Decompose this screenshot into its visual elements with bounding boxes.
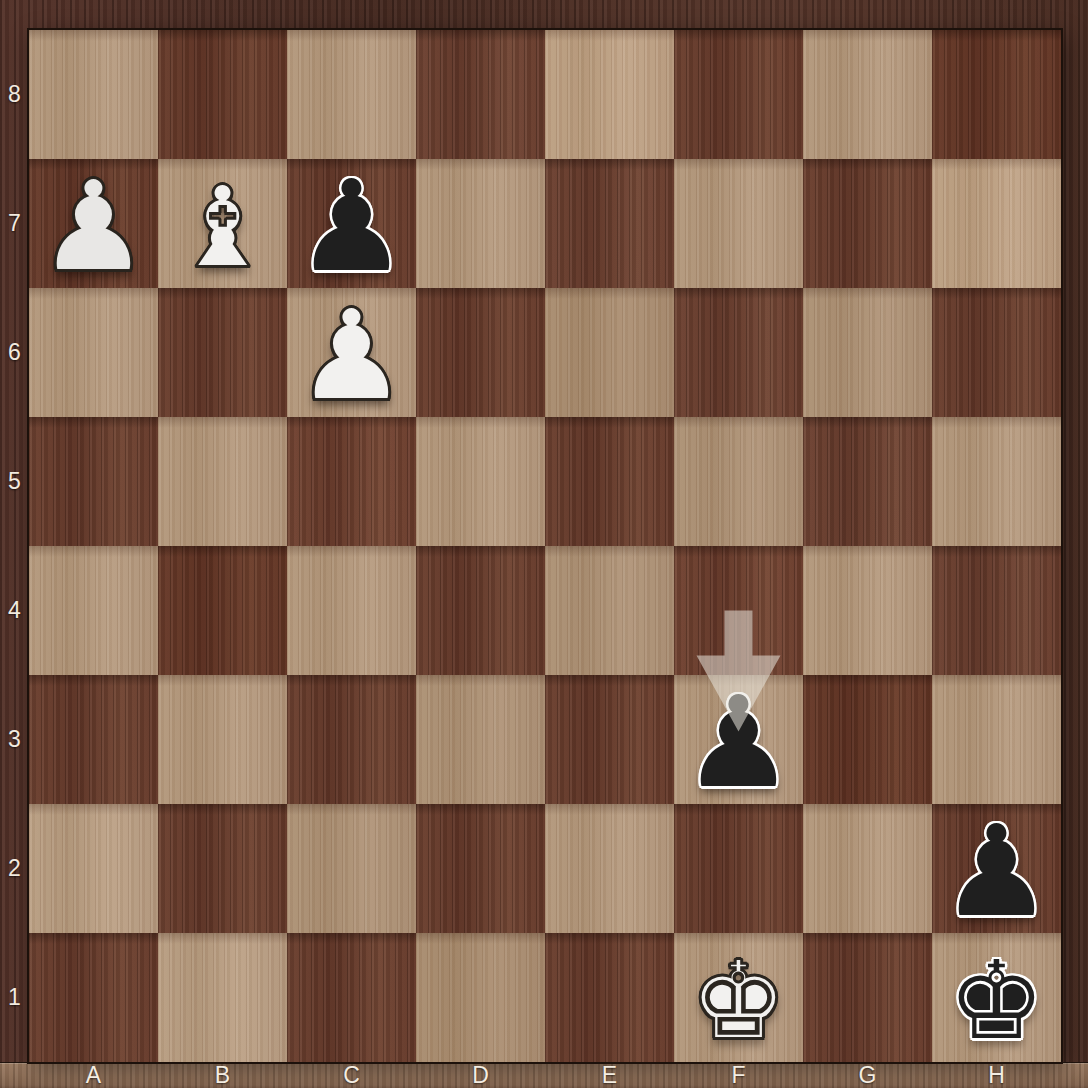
square-a7[interactable]: ♟ bbox=[29, 159, 158, 288]
square-e1[interactable] bbox=[545, 933, 674, 1062]
square-f8[interactable] bbox=[674, 30, 803, 159]
square-d6[interactable] bbox=[416, 288, 545, 417]
square-c1[interactable] bbox=[287, 933, 416, 1062]
square-e3[interactable] bbox=[545, 675, 674, 804]
file-labels: ABCDEFGH bbox=[29, 1062, 1061, 1088]
square-f4[interactable] bbox=[674, 546, 803, 675]
rank-label-7: 7 bbox=[0, 159, 29, 288]
black-pawn[interactable]: ♟ bbox=[295, 164, 408, 290]
rank-label-3: 3 bbox=[0, 675, 29, 804]
square-e6[interactable] bbox=[545, 288, 674, 417]
square-a5[interactable] bbox=[29, 417, 158, 546]
square-d8[interactable] bbox=[416, 30, 545, 159]
square-c3[interactable] bbox=[287, 675, 416, 804]
square-a8[interactable] bbox=[29, 30, 158, 159]
square-b4[interactable] bbox=[158, 546, 287, 675]
square-b7[interactable]: ♝ bbox=[158, 159, 287, 288]
square-c2[interactable] bbox=[287, 804, 416, 933]
square-g6[interactable] bbox=[803, 288, 932, 417]
file-label-g: G bbox=[803, 1062, 932, 1088]
black-king[interactable]: ♚ bbox=[948, 947, 1045, 1055]
square-h4[interactable] bbox=[932, 546, 1061, 675]
square-f3[interactable]: ♟ bbox=[674, 675, 803, 804]
square-h3[interactable] bbox=[932, 675, 1061, 804]
square-e4[interactable] bbox=[545, 546, 674, 675]
square-e2[interactable] bbox=[545, 804, 674, 933]
square-b1[interactable] bbox=[158, 933, 287, 1062]
square-h1[interactable]: ♚ bbox=[932, 933, 1061, 1062]
square-e5[interactable] bbox=[545, 417, 674, 546]
square-a6[interactable] bbox=[29, 288, 158, 417]
square-b8[interactable] bbox=[158, 30, 287, 159]
square-c5[interactable] bbox=[287, 417, 416, 546]
square-g2[interactable] bbox=[803, 804, 932, 933]
file-label-d: D bbox=[416, 1062, 545, 1088]
square-f5[interactable] bbox=[674, 417, 803, 546]
square-d7[interactable] bbox=[416, 159, 545, 288]
square-d1[interactable] bbox=[416, 933, 545, 1062]
square-b5[interactable] bbox=[158, 417, 287, 546]
square-e8[interactable] bbox=[545, 30, 674, 159]
square-h7[interactable] bbox=[932, 159, 1061, 288]
rank-label-6: 6 bbox=[0, 288, 29, 417]
square-f2[interactable] bbox=[674, 804, 803, 933]
rank-label-2: 2 bbox=[0, 804, 29, 933]
square-h5[interactable] bbox=[932, 417, 1061, 546]
square-a3[interactable] bbox=[29, 675, 158, 804]
square-c8[interactable] bbox=[287, 30, 416, 159]
rank-labels: 87654321 bbox=[0, 30, 29, 1062]
square-f7[interactable] bbox=[674, 159, 803, 288]
file-label-c: C bbox=[287, 1062, 416, 1088]
chess-app: ♟♝♟♟♟♟♚♚ 87654321 ABCDEFGH bbox=[0, 0, 1088, 1088]
square-g1[interactable] bbox=[803, 933, 932, 1062]
white-king[interactable]: ♚ bbox=[690, 947, 787, 1055]
square-b6[interactable] bbox=[158, 288, 287, 417]
square-g3[interactable] bbox=[803, 675, 932, 804]
square-a4[interactable] bbox=[29, 546, 158, 675]
rank-label-1: 1 bbox=[0, 933, 29, 1062]
square-f6[interactable] bbox=[674, 288, 803, 417]
square-c4[interactable] bbox=[287, 546, 416, 675]
chess-board: ♟♝♟♟♟♟♚♚ bbox=[29, 30, 1061, 1062]
square-h8[interactable] bbox=[932, 30, 1061, 159]
white-bishop[interactable]: ♝ bbox=[172, 171, 272, 283]
file-label-f: F bbox=[674, 1062, 803, 1088]
square-g4[interactable] bbox=[803, 546, 932, 675]
square-f1[interactable]: ♚ bbox=[674, 933, 803, 1062]
file-label-e: E bbox=[545, 1062, 674, 1088]
white-pawn[interactable]: ♟ bbox=[295, 293, 408, 419]
square-b3[interactable] bbox=[158, 675, 287, 804]
square-g5[interactable] bbox=[803, 417, 932, 546]
square-b2[interactable] bbox=[158, 804, 287, 933]
square-g8[interactable] bbox=[803, 30, 932, 159]
square-d5[interactable] bbox=[416, 417, 545, 546]
square-e7[interactable] bbox=[545, 159, 674, 288]
square-a1[interactable] bbox=[29, 933, 158, 1062]
file-label-b: B bbox=[158, 1062, 287, 1088]
square-c7[interactable]: ♟ bbox=[287, 159, 416, 288]
square-a2[interactable] bbox=[29, 804, 158, 933]
black-pawn[interactable]: ♟ bbox=[682, 680, 795, 806]
rank-label-8: 8 bbox=[0, 30, 29, 159]
black-pawn[interactable]: ♟ bbox=[940, 809, 1053, 935]
file-label-a: A bbox=[29, 1062, 158, 1088]
square-h6[interactable] bbox=[932, 288, 1061, 417]
square-c6[interactable]: ♟ bbox=[287, 288, 416, 417]
rank-label-4: 4 bbox=[0, 546, 29, 675]
square-h2[interactable]: ♟ bbox=[932, 804, 1061, 933]
file-label-h: H bbox=[932, 1062, 1061, 1088]
square-d4[interactable] bbox=[416, 546, 545, 675]
white-pawn[interactable]: ♟ bbox=[37, 164, 150, 290]
square-d3[interactable] bbox=[416, 675, 545, 804]
rank-label-5: 5 bbox=[0, 417, 29, 546]
square-d2[interactable] bbox=[416, 804, 545, 933]
square-g7[interactable] bbox=[803, 159, 932, 288]
